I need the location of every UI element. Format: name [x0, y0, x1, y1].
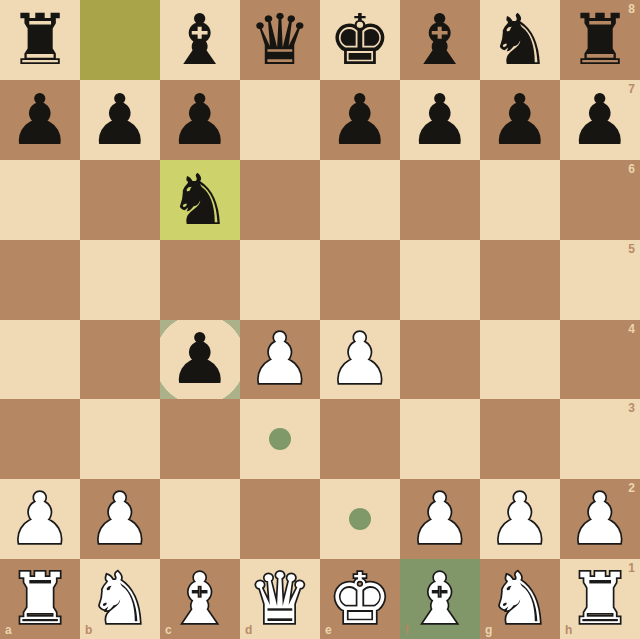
- coord-rank-1: 1: [628, 561, 635, 575]
- square-b2[interactable]: ♟︎: [80, 479, 160, 559]
- square-g5[interactable]: [480, 240, 560, 320]
- coord-rank-5: 5: [628, 242, 635, 256]
- square-h4[interactable]: 4: [560, 320, 640, 400]
- square-a6[interactable]: [0, 160, 80, 240]
- square-g7[interactable]: ♟︎: [480, 80, 560, 160]
- piece-white-pawn[interactable]: ♟︎: [89, 479, 152, 559]
- square-d1[interactable]: ♛d: [240, 559, 320, 639]
- square-f6[interactable]: [400, 160, 480, 240]
- coord-file-c: c: [165, 623, 172, 637]
- piece-black-pawn[interactable]: ♟︎: [169, 320, 232, 400]
- square-d5[interactable]: [240, 240, 320, 320]
- square-e5[interactable]: [320, 240, 400, 320]
- piece-white-pawn[interactable]: ♟︎: [249, 320, 312, 400]
- square-c6[interactable]: ♞: [160, 160, 240, 240]
- square-e8[interactable]: ♚: [320, 0, 400, 80]
- square-b7[interactable]: ♟︎: [80, 80, 160, 160]
- square-b4[interactable]: [80, 320, 160, 400]
- square-f4[interactable]: [400, 320, 480, 400]
- coord-file-f: f: [405, 623, 409, 637]
- square-b6[interactable]: [80, 160, 160, 240]
- square-a8[interactable]: ♜: [0, 0, 80, 80]
- piece-white-pawn[interactable]: ♟︎: [9, 479, 72, 559]
- square-b1[interactable]: ♞b: [80, 559, 160, 639]
- square-e1[interactable]: ♚e: [320, 559, 400, 639]
- square-g4[interactable]: [480, 320, 560, 400]
- coord-file-a: a: [5, 623, 12, 637]
- square-e7[interactable]: ♟︎: [320, 80, 400, 160]
- square-c8[interactable]: ♝: [160, 0, 240, 80]
- square-c1[interactable]: ♝c: [160, 559, 240, 639]
- coord-file-g: g: [485, 623, 492, 637]
- square-d6[interactable]: [240, 160, 320, 240]
- square-c5[interactable]: [160, 240, 240, 320]
- square-a5[interactable]: [0, 240, 80, 320]
- piece-white-pawn[interactable]: ♟︎: [409, 479, 472, 559]
- coord-rank-6: 6: [628, 162, 635, 176]
- square-f7[interactable]: ♟︎: [400, 80, 480, 160]
- square-h6[interactable]: 6: [560, 160, 640, 240]
- square-a1[interactable]: ♜a: [0, 559, 80, 639]
- square-g6[interactable]: [480, 160, 560, 240]
- piece-black-king[interactable]: ♚: [329, 0, 392, 80]
- move-dest-dot: [269, 428, 291, 450]
- piece-black-bishop[interactable]: ♝: [169, 0, 232, 80]
- piece-white-king[interactable]: ♚: [329, 559, 392, 639]
- square-a4[interactable]: [0, 320, 80, 400]
- piece-black-knight[interactable]: ♞: [489, 0, 552, 80]
- square-f1[interactable]: ♝f: [400, 559, 480, 639]
- piece-black-pawn[interactable]: ♟︎: [169, 80, 232, 160]
- piece-white-knight[interactable]: ♞: [489, 559, 552, 639]
- piece-black-pawn[interactable]: ♟︎: [89, 80, 152, 160]
- piece-black-pawn[interactable]: ♟︎: [409, 80, 472, 160]
- square-b5[interactable]: [80, 240, 160, 320]
- piece-white-pawn[interactable]: ♟︎: [569, 479, 632, 559]
- coord-file-d: d: [245, 623, 252, 637]
- square-f2[interactable]: ♟︎: [400, 479, 480, 559]
- piece-black-pawn[interactable]: ♟︎: [9, 80, 72, 160]
- piece-black-pawn[interactable]: ♟︎: [569, 80, 632, 160]
- piece-white-pawn[interactable]: ♟︎: [489, 479, 552, 559]
- square-g1[interactable]: ♞g: [480, 559, 560, 639]
- piece-black-bishop[interactable]: ♝: [409, 0, 472, 80]
- square-h8[interactable]: ♜8: [560, 0, 640, 80]
- square-d2[interactable]: [240, 479, 320, 559]
- square-g8[interactable]: ♞: [480, 0, 560, 80]
- piece-white-queen[interactable]: ♛: [249, 559, 312, 639]
- piece-black-rook[interactable]: ♜: [569, 0, 632, 80]
- square-g3[interactable]: [480, 399, 560, 479]
- piece-black-queen[interactable]: ♛: [249, 0, 312, 80]
- square-f3[interactable]: [400, 399, 480, 479]
- square-d8[interactable]: ♛: [240, 0, 320, 80]
- piece-white-knight[interactable]: ♞: [89, 559, 152, 639]
- square-g2[interactable]: ♟︎: [480, 479, 560, 559]
- square-c3[interactable]: [160, 399, 240, 479]
- square-h5[interactable]: 5: [560, 240, 640, 320]
- chess-board: ♜♝♛♚♝♞♜8♟︎♟︎♟︎♟︎♟︎♟︎♟︎7♞65♟︎♟︎♟︎43♟︎♟︎♟︎…: [0, 0, 640, 639]
- square-h1[interactable]: ♜1h: [560, 559, 640, 639]
- coord-file-e: e: [325, 623, 332, 637]
- square-f8[interactable]: ♝: [400, 0, 480, 80]
- square-d3[interactable]: [240, 399, 320, 479]
- coord-rank-8: 8: [628, 2, 635, 16]
- coord-rank-2: 2: [628, 481, 635, 495]
- piece-white-pawn[interactable]: ♟︎: [329, 320, 392, 400]
- square-d7[interactable]: [240, 80, 320, 160]
- square-c4[interactable]: ♟︎: [160, 320, 240, 400]
- square-a2[interactable]: ♟︎: [0, 479, 80, 559]
- piece-white-bishop[interactable]: ♝: [169, 559, 232, 639]
- square-e3[interactable]: [320, 399, 400, 479]
- square-a7[interactable]: ♟︎: [0, 80, 80, 160]
- coord-rank-3: 3: [628, 401, 635, 415]
- square-b3[interactable]: [80, 399, 160, 479]
- piece-black-rook[interactable]: ♜: [9, 0, 72, 80]
- square-c7[interactable]: ♟︎: [160, 80, 240, 160]
- square-h2[interactable]: ♟︎2: [560, 479, 640, 559]
- square-a3[interactable]: [0, 399, 80, 479]
- square-f5[interactable]: [400, 240, 480, 320]
- piece-white-rook[interactable]: ♜: [569, 559, 632, 639]
- coord-rank-7: 7: [628, 82, 635, 96]
- square-d4[interactable]: ♟︎: [240, 320, 320, 400]
- coord-file-h: h: [565, 623, 572, 637]
- square-e2[interactable]: [320, 479, 400, 559]
- square-e6[interactable]: [320, 160, 400, 240]
- square-b8[interactable]: [80, 0, 160, 80]
- coord-file-b: b: [85, 623, 92, 637]
- piece-black-knight[interactable]: ♞: [169, 160, 232, 240]
- move-dest-dot: [349, 508, 371, 530]
- piece-white-bishop[interactable]: ♝: [409, 559, 472, 639]
- piece-black-pawn[interactable]: ♟︎: [489, 80, 552, 160]
- square-h7[interactable]: ♟︎7: [560, 80, 640, 160]
- square-h3[interactable]: 3: [560, 399, 640, 479]
- square-c2[interactable]: [160, 479, 240, 559]
- square-e4[interactable]: ♟︎: [320, 320, 400, 400]
- piece-white-rook[interactable]: ♜: [9, 559, 72, 639]
- coord-rank-4: 4: [628, 322, 635, 336]
- piece-black-pawn[interactable]: ♟︎: [329, 80, 392, 160]
